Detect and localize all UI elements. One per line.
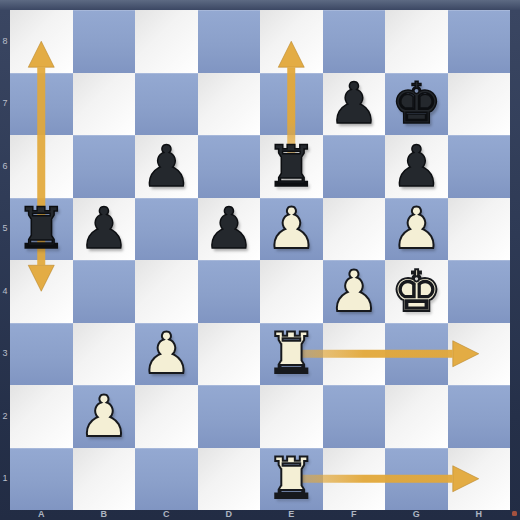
square-f8[interactable]	[323, 10, 386, 73]
rank-label-7: 7	[0, 98, 10, 109]
square-e8[interactable]	[260, 10, 323, 73]
rank-label-2: 2	[0, 411, 10, 422]
square-f1[interactable]	[323, 448, 386, 511]
square-b6[interactable]	[73, 135, 136, 198]
file-label-e: E	[260, 509, 323, 520]
file-label-g: G	[385, 509, 448, 520]
square-h4[interactable]	[448, 260, 511, 323]
square-a3[interactable]	[10, 323, 73, 386]
square-c8[interactable]	[135, 10, 198, 73]
square-d4[interactable]	[198, 260, 261, 323]
piece-black-rook-e6[interactable]: ♜	[260, 135, 323, 198]
square-b8[interactable]	[73, 10, 136, 73]
square-c1[interactable]	[135, 448, 198, 511]
square-a8[interactable]	[10, 10, 73, 73]
piece-white-rook-e1[interactable]: ♜	[260, 448, 323, 511]
square-d6[interactable]	[198, 135, 261, 198]
rank-label-5: 5	[0, 223, 10, 234]
square-d2[interactable]	[198, 385, 261, 448]
square-e2[interactable]	[260, 385, 323, 448]
piece-black-pawn-c6[interactable]: ♟	[135, 135, 198, 198]
square-a1[interactable]	[10, 448, 73, 511]
square-d1[interactable]	[198, 448, 261, 511]
piece-white-pawn-b2[interactable]: ♟	[73, 385, 136, 448]
corner-dot	[512, 511, 517, 516]
piece-black-king-g7[interactable]: ♚	[385, 73, 448, 136]
square-a6[interactable]	[10, 135, 73, 198]
rank-label-1: 1	[0, 473, 10, 484]
square-f5[interactable]	[323, 198, 386, 261]
square-b3[interactable]	[73, 323, 136, 386]
square-d3[interactable]	[198, 323, 261, 386]
square-b7[interactable]	[73, 73, 136, 136]
square-h8[interactable]	[448, 10, 511, 73]
piece-white-pawn-c3[interactable]: ♟	[135, 323, 198, 386]
square-g2[interactable]	[385, 385, 448, 448]
piece-black-pawn-f7[interactable]: ♟	[323, 73, 386, 136]
square-f3[interactable]	[323, 323, 386, 386]
square-f6[interactable]	[323, 135, 386, 198]
square-h5[interactable]	[448, 198, 511, 261]
square-f2[interactable]	[323, 385, 386, 448]
file-label-h: H	[448, 509, 511, 520]
file-label-c: C	[135, 509, 198, 520]
file-label-b: B	[73, 509, 136, 520]
square-g8[interactable]	[385, 10, 448, 73]
square-a2[interactable]	[10, 385, 73, 448]
square-e7[interactable]	[260, 73, 323, 136]
square-h1[interactable]	[448, 448, 511, 511]
file-label-d: D	[198, 509, 261, 520]
square-h2[interactable]	[448, 385, 511, 448]
square-d8[interactable]	[198, 10, 261, 73]
piece-white-pawn-g5[interactable]: ♟	[385, 198, 448, 261]
rank-label-8: 8	[0, 36, 10, 47]
rank-label-3: 3	[0, 348, 10, 359]
file-label-f: F	[323, 509, 386, 520]
square-c5[interactable]	[135, 198, 198, 261]
square-g1[interactable]	[385, 448, 448, 511]
square-c4[interactable]	[135, 260, 198, 323]
square-c2[interactable]	[135, 385, 198, 448]
square-a7[interactable]	[10, 73, 73, 136]
piece-black-pawn-b5[interactable]: ♟	[73, 198, 136, 261]
piece-white-pawn-f4[interactable]: ♟	[323, 260, 386, 323]
square-c7[interactable]	[135, 73, 198, 136]
square-h6[interactable]	[448, 135, 511, 198]
chess-board-window: ♟♚♟♜♟♜♟♟♟♟♟♚♟♜♟♜87654321ABCDEFGH	[0, 0, 520, 520]
square-e4[interactable]	[260, 260, 323, 323]
file-label-a: A	[10, 509, 73, 520]
rank-label-6: 6	[0, 161, 10, 172]
piece-white-king-g4[interactable]: ♚	[385, 260, 448, 323]
piece-white-pawn-e5[interactable]: ♟	[260, 198, 323, 261]
square-a4[interactable]	[10, 260, 73, 323]
square-g3[interactable]	[385, 323, 448, 386]
square-h7[interactable]	[448, 73, 511, 136]
square-h3[interactable]	[448, 323, 511, 386]
square-b4[interactable]	[73, 260, 136, 323]
piece-white-rook-e3[interactable]: ♜	[260, 323, 323, 386]
piece-black-rook-a5[interactable]: ♜	[10, 198, 73, 261]
square-b1[interactable]	[73, 448, 136, 511]
square-d7[interactable]	[198, 73, 261, 136]
rank-label-4: 4	[0, 286, 10, 297]
piece-black-pawn-g6[interactable]: ♟	[385, 135, 448, 198]
piece-black-pawn-d5[interactable]: ♟	[198, 198, 261, 261]
